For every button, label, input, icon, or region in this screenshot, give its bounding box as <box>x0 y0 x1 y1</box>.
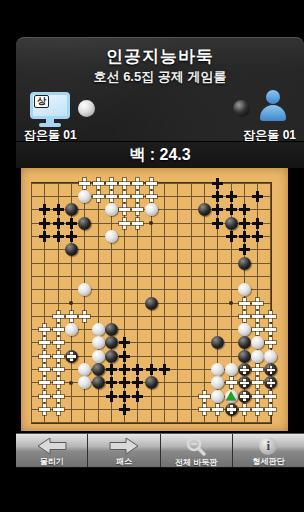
white-stone <box>92 323 105 336</box>
app-title: 인공지능바둑 <box>16 45 304 68</box>
black-territory-mark <box>118 336 131 349</box>
black-territory-mark <box>52 230 65 243</box>
black-territory-mark <box>118 363 131 376</box>
black-territory-mark <box>158 363 171 376</box>
black-territory-mark <box>238 217 251 230</box>
white-territory-mark <box>264 403 277 416</box>
dead-stone-cross <box>264 376 277 389</box>
white-territory-mark <box>118 217 131 230</box>
dead-stone-cross <box>225 403 238 416</box>
white-territory-mark <box>118 190 131 203</box>
full-board-button[interactable]: 전체 바둑판 <box>161 434 233 467</box>
black-territory-mark <box>38 203 51 216</box>
grid-line-vertical <box>164 183 165 422</box>
white-territory-mark <box>52 376 65 389</box>
black-territory-mark <box>238 243 251 256</box>
white-territory-mark <box>131 190 144 203</box>
white-stone <box>65 323 78 336</box>
undo-button[interactable]: 물리기 <box>16 434 88 467</box>
black-territory-mark <box>118 390 131 403</box>
grid-line-vertical <box>191 183 192 422</box>
white-territory-mark <box>52 350 65 363</box>
black-territory-mark <box>131 376 144 389</box>
star-point <box>229 301 233 305</box>
white-territory-mark <box>264 336 277 349</box>
zoom-out-magnifier-icon <box>183 436 209 456</box>
black-stone <box>238 257 251 270</box>
black-stone <box>145 376 158 389</box>
game-rule-subtitle: 호선 6.5집 공제 게임룰 <box>16 68 304 86</box>
board-wood[interactable] <box>21 168 288 431</box>
black-territory-mark <box>65 230 78 243</box>
info-circle-icon: i <box>259 436 277 455</box>
black-territory-mark <box>105 376 118 389</box>
white-territory-mark <box>92 190 105 203</box>
black-stone <box>238 350 251 363</box>
black-stone <box>92 363 105 376</box>
white-territory-mark <box>38 390 51 403</box>
white-territory-mark <box>52 336 65 349</box>
white-territory-mark <box>145 177 158 190</box>
black-territory-mark <box>211 190 224 203</box>
white-territory-mark <box>264 323 277 336</box>
header-panel: 인공지능바둑 호선 6.5집 공제 게임룰 상 잡은돌 01 잡은돌 01 <box>16 37 304 141</box>
black-territory-mark <box>211 217 224 230</box>
black-territory-mark <box>65 217 78 230</box>
black-territory-mark <box>238 203 251 216</box>
level-badge: 상 <box>34 95 49 108</box>
white-stone <box>238 283 251 296</box>
white-stone <box>251 350 264 363</box>
white-territory-mark <box>38 363 51 376</box>
player-right-human: 잡은돌 01 <box>176 88 296 142</box>
white-territory-mark <box>38 376 51 389</box>
black-territory-mark <box>38 217 51 230</box>
white-territory-mark <box>145 190 158 203</box>
white-stone <box>225 363 238 376</box>
white-territory-mark <box>118 203 131 216</box>
white-territory-mark <box>264 310 277 323</box>
white-territory-mark <box>251 403 264 416</box>
black-territory-mark <box>225 203 238 216</box>
black-territory-mark <box>118 376 131 389</box>
white-territory-mark <box>238 297 251 310</box>
dead-stone-cross <box>238 390 251 403</box>
dead-stone-cross <box>65 350 78 363</box>
score-text: 백 : 24.3 <box>16 142 304 168</box>
dead-stone-cross <box>238 376 251 389</box>
black-territory-mark <box>131 390 144 403</box>
white-territory-mark <box>92 177 105 190</box>
undo-arrow-left-icon <box>36 436 68 455</box>
black-territory-mark <box>238 230 251 243</box>
white-territory-mark <box>251 323 264 336</box>
white-territory-mark <box>238 310 251 323</box>
black-stone <box>78 217 91 230</box>
white-territory-mark <box>65 310 78 323</box>
computer-monitor-icon: 상 <box>30 92 70 128</box>
black-territory-mark <box>38 230 51 243</box>
black-stone <box>92 376 105 389</box>
black-stone <box>105 350 118 363</box>
white-territory-mark <box>38 323 51 336</box>
white-territory-mark <box>38 350 51 363</box>
black-territory-mark <box>211 177 224 190</box>
white-territory-mark <box>251 376 264 389</box>
go-board[interactable] <box>16 168 304 433</box>
grid-line-vertical <box>177 183 178 422</box>
white-territory-mark <box>78 177 91 190</box>
black-territory-mark <box>225 230 238 243</box>
pass-button[interactable]: 패스 <box>88 434 160 467</box>
black-territory-mark <box>211 203 224 216</box>
white-territory-mark <box>251 297 264 310</box>
last-move-triangle <box>226 391 236 400</box>
white-territory-mark <box>198 390 211 403</box>
white-territory-mark <box>131 177 144 190</box>
white-territory-mark <box>52 310 65 323</box>
black-stone <box>105 323 118 336</box>
black-stone <box>225 217 238 230</box>
black-territory-mark <box>131 363 144 376</box>
white-territory-mark <box>52 390 65 403</box>
white-territory-mark <box>251 363 264 376</box>
territory-estimate-button[interactable]: i 형세판단 <box>233 434 304 467</box>
dead-stone-cross <box>264 363 277 376</box>
white-stone <box>211 390 224 403</box>
black-territory-mark <box>105 390 118 403</box>
white-territory-mark <box>118 177 131 190</box>
app-screen: 인공지능바둑 호선 6.5집 공제 게임룰 상 잡은돌 01 잡은돌 01 백 … <box>16 0 304 512</box>
black-stone <box>145 297 158 310</box>
white-stone-icon <box>78 100 95 117</box>
white-territory-mark <box>264 390 277 403</box>
white-territory-mark <box>211 403 224 416</box>
black-territory-mark <box>105 363 118 376</box>
black-territory-mark <box>52 203 65 216</box>
white-territory-mark <box>105 190 118 203</box>
black-territory-mark <box>52 217 65 230</box>
black-territory-mark <box>225 190 238 203</box>
person-icon <box>256 90 290 130</box>
black-territory-mark <box>251 190 264 203</box>
black-territory-mark <box>118 403 131 416</box>
white-territory-mark <box>105 177 118 190</box>
black-territory-mark <box>251 230 264 243</box>
dead-stone-cross <box>238 363 251 376</box>
grid-line-horizontal <box>32 342 271 343</box>
white-stone <box>238 323 251 336</box>
grid-line-horizontal <box>32 422 271 423</box>
grid-line-vertical <box>204 183 205 422</box>
white-territory-mark <box>78 310 91 323</box>
white-territory-mark <box>38 336 51 349</box>
player-left-computer: 상 잡은돌 01 <box>24 88 144 142</box>
white-territory-mark <box>225 376 238 389</box>
white-stone <box>264 350 277 363</box>
white-territory-mark <box>251 390 264 403</box>
white-stone <box>92 350 105 363</box>
white-territory-mark <box>251 310 264 323</box>
white-territory-mark <box>198 403 211 416</box>
white-territory-mark <box>38 403 51 416</box>
black-territory-mark <box>118 350 131 363</box>
score-bar: 백 : 24.3 <box>16 141 304 168</box>
black-stone-icon <box>233 100 250 117</box>
white-territory-mark <box>52 363 65 376</box>
white-territory-mark <box>52 323 65 336</box>
bottom-toolbar: 물리기 패스 전체 바둑판 i 형세판단 <box>16 433 304 468</box>
black-territory-mark <box>145 363 158 376</box>
pass-arrow-right-icon <box>108 436 140 455</box>
white-territory-mark <box>238 403 251 416</box>
white-territory-mark <box>131 217 144 230</box>
white-territory-mark <box>131 203 144 216</box>
white-territory-mark <box>52 403 65 416</box>
white-stone <box>105 230 118 243</box>
black-territory-mark <box>251 217 264 230</box>
white-stone <box>92 336 105 349</box>
